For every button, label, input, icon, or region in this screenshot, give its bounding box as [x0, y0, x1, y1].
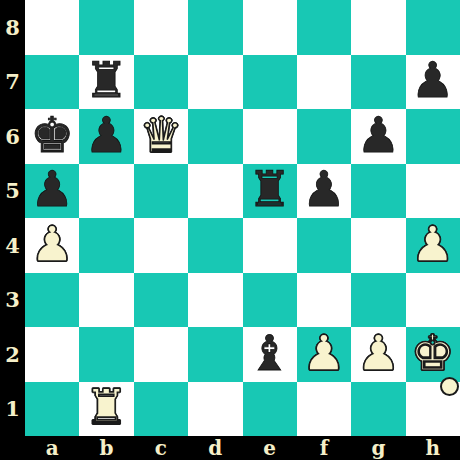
square-a4[interactable]: ♟	[25, 218, 79, 273]
rank-label-5: 5	[0, 164, 25, 219]
square-f5[interactable]: ♟	[297, 164, 351, 219]
square-f4[interactable]	[297, 218, 351, 273]
square-f7[interactable]	[297, 55, 351, 110]
square-f6[interactable]	[297, 109, 351, 164]
square-c1[interactable]	[134, 382, 188, 437]
piece-black-rook-e5[interactable]: ♜	[248, 165, 292, 214]
square-e4[interactable]	[243, 218, 297, 273]
piece-black-rook-b7[interactable]: ♜	[85, 56, 129, 105]
square-c2[interactable]	[134, 327, 188, 382]
chess-board: ♜♟♚♟♛♟♟♜♟♟♟♝♟♟♚♜	[25, 0, 460, 436]
square-b6[interactable]: ♟	[79, 109, 133, 164]
square-d4[interactable]	[188, 218, 242, 273]
square-f1[interactable]	[297, 382, 351, 437]
square-b5[interactable]	[79, 164, 133, 219]
rank-label-2: 2	[0, 327, 25, 382]
square-c5[interactable]	[134, 164, 188, 219]
piece-black-pawn-g6[interactable]: ♟	[356, 111, 400, 160]
rank-label-3: 3	[0, 273, 25, 328]
rank-label-8: 8	[0, 0, 25, 55]
square-c4[interactable]	[134, 218, 188, 273]
square-h5[interactable]	[406, 164, 460, 219]
piece-white-pawn-g2[interactable]: ♟	[356, 329, 400, 378]
square-d8[interactable]	[188, 0, 242, 55]
square-a3[interactable]	[25, 273, 79, 328]
square-h2[interactable]: ♚	[406, 327, 460, 382]
square-e3[interactable]	[243, 273, 297, 328]
piece-black-king-a6[interactable]: ♚	[30, 111, 74, 160]
square-e7[interactable]	[243, 55, 297, 110]
square-a1[interactable]	[25, 382, 79, 437]
file-label-f: f	[297, 436, 351, 460]
square-g1[interactable]	[351, 382, 405, 437]
file-label-c: c	[134, 436, 188, 460]
square-a7[interactable]	[25, 55, 79, 110]
square-h7[interactable]: ♟	[406, 55, 460, 110]
piece-black-pawn-h7[interactable]: ♟	[411, 56, 455, 105]
piece-white-pawn-h4[interactable]: ♟	[411, 220, 455, 269]
square-e1[interactable]	[243, 382, 297, 437]
square-a8[interactable]	[25, 0, 79, 55]
square-c7[interactable]	[134, 55, 188, 110]
square-f3[interactable]	[297, 273, 351, 328]
square-a2[interactable]	[25, 327, 79, 382]
square-h6[interactable]	[406, 109, 460, 164]
square-d3[interactable]	[188, 273, 242, 328]
square-e2[interactable]: ♝	[243, 327, 297, 382]
piece-black-bishop-e2[interactable]: ♝	[248, 329, 292, 378]
file-label-g: g	[351, 436, 405, 460]
square-a6[interactable]: ♚	[25, 109, 79, 164]
rank-label-4: 4	[0, 218, 25, 273]
square-h3[interactable]	[406, 273, 460, 328]
file-labels: abcdefgh	[25, 436, 460, 460]
square-d5[interactable]	[188, 164, 242, 219]
rank-label-7: 7	[0, 55, 25, 110]
square-c8[interactable]	[134, 0, 188, 55]
square-g8[interactable]	[351, 0, 405, 55]
square-d6[interactable]	[188, 109, 242, 164]
file-label-e: e	[243, 436, 297, 460]
square-b3[interactable]	[79, 273, 133, 328]
rank-labels: 87654321	[0, 0, 25, 436]
file-label-a: a	[25, 436, 79, 460]
square-h4[interactable]: ♟	[406, 218, 460, 273]
white-to-move-indicator	[440, 377, 459, 396]
rank-label-1: 1	[0, 382, 25, 437]
square-g6[interactable]: ♟	[351, 109, 405, 164]
square-c6[interactable]: ♛	[134, 109, 188, 164]
piece-white-queen-c6[interactable]: ♛	[139, 111, 183, 160]
file-label-d: d	[188, 436, 242, 460]
square-g4[interactable]	[351, 218, 405, 273]
chess-board-frame: 87654321 ♜♟♚♟♛♟♟♜♟♟♟♝♟♟♚♜ abcdefgh	[0, 0, 460, 460]
square-d2[interactable]	[188, 327, 242, 382]
square-d1[interactable]	[188, 382, 242, 437]
square-c3[interactable]	[134, 273, 188, 328]
square-b7[interactable]: ♜	[79, 55, 133, 110]
rank-label-6: 6	[0, 109, 25, 164]
square-d7[interactable]	[188, 55, 242, 110]
square-e8[interactable]	[243, 0, 297, 55]
square-b1[interactable]: ♜	[79, 382, 133, 437]
file-label-b: b	[79, 436, 133, 460]
square-b8[interactable]	[79, 0, 133, 55]
square-g3[interactable]	[351, 273, 405, 328]
piece-black-pawn-a5[interactable]: ♟	[30, 165, 74, 214]
square-e6[interactable]	[243, 109, 297, 164]
square-f2[interactable]: ♟	[297, 327, 351, 382]
file-label-h: h	[406, 436, 460, 460]
piece-black-pawn-b6[interactable]: ♟	[85, 111, 129, 160]
piece-white-king-h2[interactable]: ♚	[411, 329, 455, 378]
square-a5[interactable]: ♟	[25, 164, 79, 219]
piece-white-pawn-f2[interactable]: ♟	[302, 329, 346, 378]
square-h8[interactable]	[406, 0, 460, 55]
square-b2[interactable]	[79, 327, 133, 382]
square-e5[interactable]: ♜	[243, 164, 297, 219]
square-b4[interactable]	[79, 218, 133, 273]
square-f8[interactable]	[297, 0, 351, 55]
piece-white-pawn-a4[interactable]: ♟	[30, 220, 74, 269]
square-g7[interactable]	[351, 55, 405, 110]
square-g2[interactable]: ♟	[351, 327, 405, 382]
piece-white-rook-b1[interactable]: ♜	[85, 383, 129, 432]
square-g5[interactable]	[351, 164, 405, 219]
piece-black-pawn-f5[interactable]: ♟	[302, 165, 346, 214]
